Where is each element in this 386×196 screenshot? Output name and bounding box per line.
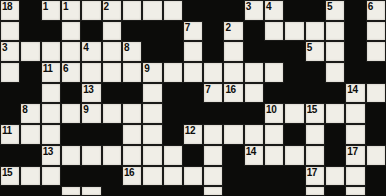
black-cell: [163, 83, 183, 104]
black-cell: [284, 41, 304, 62]
clue-number: 16: [124, 167, 134, 178]
black-cell: [223, 166, 243, 187]
clue-number: 8: [124, 42, 129, 53]
clue-number: 2: [225, 22, 230, 33]
white-cell[interactable]: 8: [20, 103, 40, 124]
white-cell[interactable]: 17: [345, 145, 365, 166]
white-cell[interactable]: 13: [41, 145, 61, 166]
white-cell[interactable]: [20, 124, 40, 145]
white-cell[interactable]: 3: [244, 0, 264, 21]
black-cell: [203, 0, 223, 21]
black-cell: [244, 103, 264, 124]
black-cell: [122, 186, 142, 196]
white-cell[interactable]: [122, 103, 142, 124]
black-cell: [0, 145, 20, 166]
white-cell[interactable]: [20, 41, 40, 62]
white-cell[interactable]: [122, 145, 142, 166]
black-cell: [163, 186, 183, 196]
white-cell[interactable]: [61, 41, 81, 62]
white-cell[interactable]: 14: [244, 145, 264, 166]
white-cell[interactable]: [61, 21, 81, 42]
white-cell[interactable]: 16: [122, 166, 142, 187]
black-cell: [345, 21, 365, 42]
black-cell: [345, 62, 365, 83]
white-cell[interactable]: 5: [305, 41, 325, 62]
black-cell: [366, 166, 386, 187]
white-cell[interactable]: [305, 145, 325, 166]
black-cell: [183, 186, 203, 196]
black-cell: [20, 145, 40, 166]
black-cell: [102, 83, 122, 104]
clue-number: 6: [63, 63, 68, 74]
black-cell: [203, 41, 223, 62]
white-cell[interactable]: [203, 186, 223, 196]
black-cell: [142, 21, 162, 42]
black-cell: [366, 124, 386, 145]
white-cell[interactable]: [203, 62, 223, 83]
black-cell: [345, 0, 365, 21]
white-cell[interactable]: [142, 83, 162, 104]
clue-number: 8: [22, 104, 27, 115]
white-cell[interactable]: 15: [0, 166, 20, 187]
clue-number: 17: [307, 167, 317, 178]
white-cell[interactable]: [41, 166, 61, 187]
white-cell[interactable]: [142, 166, 162, 187]
clue-number: 18: [2, 1, 12, 12]
black-cell: [102, 166, 122, 187]
clue-number: 10: [266, 104, 276, 115]
crossword-grid: 1811234567234851169137161489101511121314…: [0, 0, 386, 196]
black-cell: [183, 83, 203, 104]
white-cell[interactable]: [264, 145, 284, 166]
clue-number: 1: [63, 1, 68, 12]
white-cell[interactable]: [305, 186, 325, 196]
black-cell: [264, 166, 284, 187]
black-cell: [20, 186, 40, 196]
white-cell[interactable]: [102, 62, 122, 83]
white-cell[interactable]: [325, 62, 345, 83]
black-cell: [264, 83, 284, 104]
white-cell[interactable]: [223, 124, 243, 145]
white-cell[interactable]: [41, 103, 61, 124]
white-cell[interactable]: 9: [81, 103, 101, 124]
black-cell: [81, 124, 101, 145]
white-cell[interactable]: [142, 0, 162, 21]
white-cell[interactable]: [142, 103, 162, 124]
white-cell[interactable]: [81, 62, 101, 83]
white-cell[interactable]: [61, 186, 81, 196]
white-cell[interactable]: [61, 145, 81, 166]
black-cell: [142, 186, 162, 196]
black-cell: [305, 83, 325, 104]
white-cell[interactable]: [366, 83, 386, 104]
clue-number: 16: [225, 84, 235, 95]
white-cell[interactable]: [163, 62, 183, 83]
clue-number: 9: [144, 63, 149, 74]
white-cell[interactable]: [163, 0, 183, 21]
black-cell: [284, 83, 304, 104]
white-cell[interactable]: 3: [0, 41, 20, 62]
black-cell: [203, 103, 223, 124]
white-cell[interactable]: [325, 103, 345, 124]
black-cell: [305, 62, 325, 83]
clue-number: 9: [83, 104, 88, 115]
black-cell: [264, 41, 284, 62]
white-cell[interactable]: [183, 41, 203, 62]
white-cell[interactable]: 16: [223, 83, 243, 104]
white-cell[interactable]: 4: [81, 41, 101, 62]
black-cell: [20, 62, 40, 83]
white-cell[interactable]: [183, 62, 203, 83]
clue-number: 12: [185, 125, 195, 136]
black-cell: [203, 21, 223, 42]
black-cell: [0, 83, 20, 104]
white-cell[interactable]: [284, 145, 304, 166]
white-cell[interactable]: 7: [203, 83, 223, 104]
white-cell[interactable]: [203, 124, 223, 145]
white-cell[interactable]: [142, 145, 162, 166]
white-cell[interactable]: [284, 21, 304, 42]
black-cell: [284, 0, 304, 21]
clue-number: 6: [368, 1, 373, 12]
black-cell: [325, 124, 345, 145]
black-cell: [183, 145, 203, 166]
black-cell: [81, 166, 101, 187]
black-cell: [20, 83, 40, 104]
black-cell: [244, 41, 264, 62]
white-cell[interactable]: 14: [345, 83, 365, 104]
white-cell[interactable]: 1: [61, 0, 81, 21]
black-cell: [163, 124, 183, 145]
white-cell[interactable]: [41, 124, 61, 145]
black-cell: [345, 41, 365, 62]
white-cell[interactable]: [345, 166, 365, 187]
white-cell[interactable]: [264, 21, 284, 42]
white-cell[interactable]: [366, 41, 386, 62]
white-cell[interactable]: [305, 124, 325, 145]
clue-number: 2: [104, 1, 109, 12]
black-cell: [81, 21, 101, 42]
white-cell[interactable]: [345, 124, 365, 145]
black-cell: [325, 145, 345, 166]
black-cell: [163, 41, 183, 62]
black-cell: [61, 83, 81, 104]
white-cell[interactable]: 8: [122, 41, 142, 62]
white-cell[interactable]: [163, 145, 183, 166]
black-cell: [20, 0, 40, 21]
black-cell: [183, 0, 203, 21]
white-cell[interactable]: [183, 166, 203, 187]
white-cell[interactable]: 5: [325, 0, 345, 21]
white-cell[interactable]: 1: [41, 0, 61, 21]
black-cell: [0, 186, 20, 196]
black-cell: [223, 103, 243, 124]
clue-number: 11: [2, 125, 12, 136]
black-cell: [244, 186, 264, 196]
white-cell[interactable]: [325, 166, 345, 187]
black-cell: [102, 186, 122, 196]
black-cell: [366, 62, 386, 83]
clue-number: 15: [2, 167, 12, 178]
white-cell[interactable]: 10: [264, 103, 284, 124]
white-cell[interactable]: 11: [41, 62, 61, 83]
clue-number: 5: [327, 1, 332, 12]
white-cell[interactable]: [264, 124, 284, 145]
black-cell: [61, 124, 81, 145]
clue-number: 3: [246, 1, 251, 12]
white-cell[interactable]: [0, 62, 20, 83]
black-cell: [305, 0, 325, 21]
black-cell: [244, 166, 264, 187]
white-cell[interactable]: 17: [305, 166, 325, 187]
clue-number: 11: [43, 63, 53, 74]
black-cell: [41, 21, 61, 42]
white-cell[interactable]: [264, 62, 284, 83]
clue-number: 17: [347, 146, 357, 157]
white-cell[interactable]: [41, 83, 61, 104]
clue-number: 13: [83, 84, 93, 95]
white-cell[interactable]: [0, 21, 20, 42]
white-cell[interactable]: [102, 145, 122, 166]
clue-number: 3: [2, 42, 7, 53]
black-cell: [244, 21, 264, 42]
black-cell: [223, 186, 243, 196]
white-cell[interactable]: 11: [0, 124, 20, 145]
white-cell[interactable]: [284, 103, 304, 124]
white-cell[interactable]: [20, 166, 40, 187]
black-cell: [142, 41, 162, 62]
crossword-puzzle: 1811234567234851169137161489101511121314…: [0, 0, 386, 196]
white-cell[interactable]: 6: [61, 62, 81, 83]
clue-number: 7: [205, 84, 210, 95]
white-cell[interactable]: 2: [102, 0, 122, 21]
white-cell[interactable]: [102, 21, 122, 42]
black-cell: [20, 21, 40, 42]
black-cell: [183, 103, 203, 124]
clue-number: 13: [43, 146, 53, 157]
clue-number: 4: [83, 42, 88, 53]
white-cell[interactable]: [122, 124, 142, 145]
black-cell: [223, 145, 243, 166]
white-cell[interactable]: [102, 103, 122, 124]
white-cell[interactable]: 6: [366, 0, 386, 21]
clue-number: 4: [266, 1, 271, 12]
white-cell[interactable]: [61, 103, 81, 124]
white-cell[interactable]: [122, 0, 142, 21]
white-cell[interactable]: 9: [142, 62, 162, 83]
black-cell: [61, 166, 81, 187]
clue-number: 1: [43, 1, 48, 12]
black-cell: [41, 186, 61, 196]
white-cell[interactable]: 15: [305, 103, 325, 124]
white-cell[interactable]: [223, 62, 243, 83]
white-cell[interactable]: [305, 21, 325, 42]
white-cell[interactable]: [102, 41, 122, 62]
white-cell[interactable]: [81, 0, 101, 21]
clue-number: 7: [185, 22, 190, 33]
black-cell: [264, 186, 284, 196]
white-cell[interactable]: [223, 41, 243, 62]
clue-number: 15: [307, 104, 317, 115]
black-cell: [284, 62, 304, 83]
white-cell[interactable]: [81, 186, 101, 196]
clue-number: 14: [246, 146, 256, 157]
white-cell[interactable]: [345, 186, 365, 196]
black-cell: [223, 0, 243, 21]
white-cell[interactable]: [122, 62, 142, 83]
white-cell[interactable]: 12: [183, 124, 203, 145]
white-cell[interactable]: 2: [223, 21, 243, 42]
black-cell: [163, 103, 183, 124]
black-cell: [325, 83, 345, 104]
black-cell: [325, 186, 345, 196]
white-cell[interactable]: [244, 83, 264, 104]
white-cell[interactable]: [366, 145, 386, 166]
black-cell: [122, 21, 142, 42]
white-cell[interactable]: [41, 41, 61, 62]
clue-number: 5: [307, 42, 312, 53]
white-cell[interactable]: [203, 145, 223, 166]
black-cell: [102, 124, 122, 145]
white-cell[interactable]: [81, 145, 101, 166]
white-cell[interactable]: [325, 21, 345, 42]
white-cell[interactable]: [142, 124, 162, 145]
white-cell[interactable]: [244, 124, 264, 145]
white-cell[interactable]: [163, 166, 183, 187]
white-cell[interactable]: [366, 21, 386, 42]
white-cell[interactable]: [345, 103, 365, 124]
clue-number: 14: [347, 84, 357, 95]
black-cell: [284, 166, 304, 187]
black-cell: [122, 83, 142, 104]
white-cell[interactable]: 7: [183, 21, 203, 42]
black-cell: [163, 21, 183, 42]
black-cell: [0, 103, 20, 124]
black-cell: [366, 186, 386, 196]
white-cell[interactable]: 13: [81, 83, 101, 104]
black-cell: [284, 124, 304, 145]
white-cell[interactable]: 18: [0, 0, 20, 21]
white-cell[interactable]: [244, 62, 264, 83]
black-cell: [366, 103, 386, 124]
white-cell[interactable]: 4: [264, 0, 284, 21]
black-cell: [284, 186, 304, 196]
white-cell[interactable]: [325, 41, 345, 62]
white-cell[interactable]: [203, 166, 223, 187]
